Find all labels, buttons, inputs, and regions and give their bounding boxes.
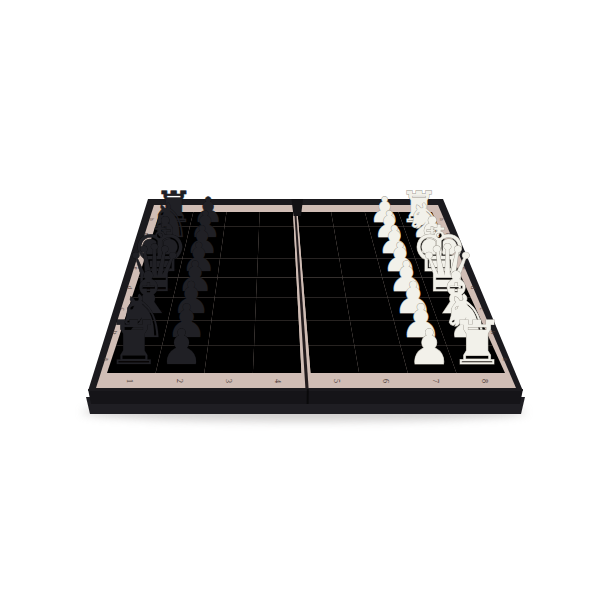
rank-label-8: 8 <box>480 379 489 383</box>
square-f4 <box>258 242 296 259</box>
square-c3 <box>212 298 257 321</box>
rank-label-6: 6 <box>381 379 390 383</box>
square-g3 <box>222 226 259 242</box>
square-c5 <box>304 298 350 321</box>
rank-label-5: 5 <box>332 379 341 383</box>
square-d4 <box>256 277 297 297</box>
rank-label-3: 3 <box>224 379 233 383</box>
square-d5 <box>303 277 346 297</box>
square-a4 <box>253 345 302 373</box>
square-h3 <box>225 212 260 226</box>
square-b3 <box>208 320 255 345</box>
square-c6 <box>346 298 394 321</box>
square-c4 <box>255 298 299 321</box>
square-f6 <box>336 242 377 259</box>
square-h5 <box>298 212 334 226</box>
square-g5 <box>299 226 337 242</box>
square-e6 <box>339 259 382 278</box>
square-f5 <box>300 242 339 259</box>
piece-white-pawn-a7: ♟ <box>407 319 451 375</box>
frame-front-face <box>88 389 523 404</box>
square-a6 <box>354 345 408 373</box>
square-h4 <box>259 212 294 226</box>
square-e5 <box>301 259 342 278</box>
square-h6 <box>331 212 369 226</box>
square-d6 <box>343 277 388 297</box>
square-e4 <box>257 259 297 278</box>
square-g6 <box>334 226 373 242</box>
square-b5 <box>306 320 354 345</box>
square-g4 <box>259 226 295 242</box>
rank-label-1: 1 <box>125 379 134 383</box>
fold-gap-front <box>307 389 309 404</box>
rank-label-7: 7 <box>431 379 440 383</box>
piece-black-pawn-a2: ♟ <box>160 319 204 375</box>
piece-black-rook-a1: ♜ <box>107 308 161 378</box>
chess-board: 12345678aabbccddeeffgghh♜♟♟♜♞♟♟♞♝♟♟♝♚♟♟♚… <box>0 0 600 600</box>
square-f3 <box>220 242 259 259</box>
square-d3 <box>215 277 257 297</box>
rank-label-4: 4 <box>273 379 282 383</box>
product-photo-folding-chess-set: 12345678aabbccddeeffgghh♜♟♟♜♞♟♟♞♝♟♟♝♚♟♟♚… <box>0 0 600 600</box>
fold-hinge <box>292 199 304 216</box>
square-e3 <box>218 259 258 278</box>
chess-set-photo-svg: 12345678aabbccddeeffgghh♜♟♟♜♞♟♟♞♝♟♟♝♚♟♟♚… <box>0 0 600 600</box>
square-b4 <box>254 320 300 345</box>
square-b6 <box>350 320 400 345</box>
square-a3 <box>204 345 254 373</box>
piece-white-rook-a8: ♜ <box>450 308 504 378</box>
square-a5 <box>308 345 359 373</box>
rank-label-2: 2 <box>175 379 184 383</box>
